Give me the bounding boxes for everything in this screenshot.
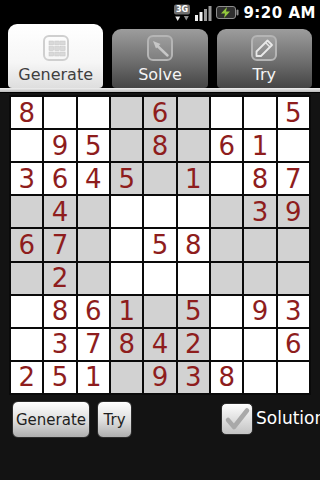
try-button[interactable]: Try: [97, 401, 132, 438]
cell-r6c3[interactable]: [78, 263, 109, 294]
cell-r1c4[interactable]: [111, 97, 142, 128]
cell-r6c1[interactable]: [11, 263, 42, 294]
cell-r7c5[interactable]: [144, 296, 175, 327]
cell-r2c2[interactable]: 9: [44, 130, 75, 161]
cell-r2c8[interactable]: 1: [244, 130, 275, 161]
cell-r4c4[interactable]: [111, 196, 142, 227]
cell-r9c6[interactable]: 3: [178, 362, 209, 393]
cell-r8c4[interactable]: 8: [111, 329, 142, 360]
cell-r4c3[interactable]: [78, 196, 109, 227]
solution-checkbox[interactable]: [221, 403, 253, 435]
sudoku-board: 8659586136451874396758286159337842625193…: [9, 95, 311, 395]
cell-r4c7[interactable]: [211, 196, 242, 227]
cell-r4c2[interactable]: 4: [44, 196, 75, 227]
cell-r5c3[interactable]: [78, 229, 109, 260]
cell-r4c6[interactable]: [178, 196, 209, 227]
cell-r7c2[interactable]: 8: [44, 296, 75, 327]
cell-r3c4[interactable]: 5: [111, 163, 142, 194]
cell-r3c8[interactable]: 8: [244, 163, 275, 194]
cell-r3c1[interactable]: 3: [11, 163, 42, 194]
cell-r6c9[interactable]: [278, 263, 309, 294]
cell-r3c9[interactable]: 7: [278, 163, 309, 194]
status-bar: 3G 9:20 AM: [0, 0, 320, 25]
pen-icon: [144, 34, 176, 64]
cell-r1c8[interactable]: [244, 97, 275, 128]
cell-r1c1[interactable]: 8: [11, 97, 42, 128]
network-label: 3G: [176, 5, 188, 14]
cell-r9c2[interactable]: 5: [44, 362, 75, 393]
cell-r6c6[interactable]: [178, 263, 209, 294]
tab-solve[interactable]: Solve: [112, 29, 207, 88]
battery-charging-icon: [216, 6, 239, 19]
tab-strip: [0, 88, 320, 92]
cell-r9c8[interactable]: [244, 362, 275, 393]
cell-r7c3[interactable]: 6: [78, 296, 109, 327]
cell-r8c9[interactable]: 6: [278, 329, 309, 360]
cell-r5c1[interactable]: 6: [11, 229, 42, 260]
cell-r8c2[interactable]: 3: [44, 329, 75, 360]
cell-r7c8[interactable]: 9: [244, 296, 275, 327]
cell-r5c7[interactable]: [211, 229, 242, 260]
cell-r3c6[interactable]: 1: [178, 163, 209, 194]
cell-r5c8[interactable]: [244, 229, 275, 260]
cell-r6c4[interactable]: [111, 263, 142, 294]
generate-button[interactable]: Generate: [12, 401, 90, 438]
cell-r5c2[interactable]: 7: [44, 229, 75, 260]
cell-r5c4[interactable]: [111, 229, 142, 260]
cell-r2c3[interactable]: 5: [78, 130, 109, 161]
cell-r4c5[interactable]: [144, 196, 175, 227]
cell-r1c5[interactable]: 6: [144, 97, 175, 128]
cell-r8c8[interactable]: [244, 329, 275, 360]
cell-r2c5[interactable]: 8: [144, 130, 175, 161]
cell-r6c5[interactable]: [144, 263, 175, 294]
cell-r2c4[interactable]: [111, 130, 142, 161]
3g-network-icon: 3G: [173, 4, 191, 22]
cell-r7c6[interactable]: 5: [178, 296, 209, 327]
cell-r7c9[interactable]: 3: [278, 296, 309, 327]
pencil-icon: [248, 34, 280, 64]
tab-try[interactable]: Try: [217, 29, 312, 88]
cell-r9c1[interactable]: 2: [11, 362, 42, 393]
tab-generate[interactable]: Generate: [8, 24, 103, 88]
status-icons: 3G 9:20 AM: [173, 0, 316, 25]
app-screen: 3G 9:20 AM: [0, 0, 320, 480]
cell-r8c5[interactable]: 4: [144, 329, 175, 360]
clock: 9:20 AM: [243, 4, 316, 22]
tab-solve-label: Solve: [138, 65, 182, 84]
cell-r1c9[interactable]: 5: [278, 97, 309, 128]
cell-r5c5[interactable]: 5: [144, 229, 175, 260]
cell-r9c7[interactable]: 8: [211, 362, 242, 393]
cell-r6c8[interactable]: [244, 263, 275, 294]
cell-r8c7[interactable]: [211, 329, 242, 360]
cell-r2c6[interactable]: [178, 130, 209, 161]
cell-r8c1[interactable]: [11, 329, 42, 360]
signal-strength-icon: [195, 4, 212, 21]
cell-r8c6[interactable]: 2: [178, 329, 209, 360]
cell-r4c9[interactable]: 9: [278, 196, 309, 227]
cell-r2c9[interactable]: [278, 130, 309, 161]
cell-r5c9[interactable]: [278, 229, 309, 260]
cell-r6c2[interactable]: 2: [44, 263, 75, 294]
cell-r1c3[interactable]: [78, 97, 109, 128]
tab-bar: Generate Solve Try: [0, 28, 320, 88]
cell-r9c5[interactable]: 9: [144, 362, 175, 393]
cell-r1c6[interactable]: [178, 97, 209, 128]
cell-r4c1[interactable]: [11, 196, 42, 227]
cell-r3c2[interactable]: 6: [44, 163, 75, 194]
cell-r1c2[interactable]: [44, 97, 75, 128]
cell-r9c3[interactable]: 1: [78, 362, 109, 393]
cell-r7c1[interactable]: [11, 296, 42, 327]
tab-generate-label: Generate: [18, 65, 93, 84]
cell-r3c7[interactable]: [211, 163, 242, 194]
cell-r6c7[interactable]: [211, 263, 242, 294]
cell-r7c7[interactable]: [211, 296, 242, 327]
cell-r3c5[interactable]: [144, 163, 175, 194]
checkmark-icon: [222, 404, 252, 434]
cell-r2c1[interactable]: [11, 130, 42, 161]
cell-r9c9[interactable]: [278, 362, 309, 393]
solution-label: Solution: [256, 403, 320, 433]
cell-r9c4[interactable]: [111, 362, 142, 393]
grid-icon: [40, 34, 72, 64]
cell-r1c7[interactable]: [211, 97, 242, 128]
tab-try-label: Try: [253, 65, 276, 84]
cell-r7c4[interactable]: 1: [111, 296, 142, 327]
cell-r8c3[interactable]: 7: [78, 329, 109, 360]
cell-r4c8[interactable]: 3: [244, 196, 275, 227]
cell-r3c3[interactable]: 4: [78, 163, 109, 194]
cell-r5c6[interactable]: 8: [178, 229, 209, 260]
cell-r2c7[interactable]: 6: [211, 130, 242, 161]
